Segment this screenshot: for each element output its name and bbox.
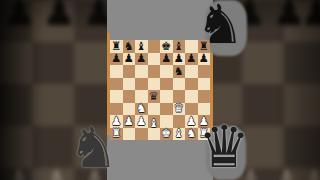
square-e4 [160, 90, 173, 103]
background-pawn-silhouette: ♟ [42, 0, 76, 31]
square-e5 [160, 78, 173, 91]
square-c6 [135, 65, 148, 78]
background-white-piece-silhouette: ♙ [12, 169, 25, 180]
square-h5 [198, 78, 211, 91]
square-g6 [185, 65, 198, 78]
white-bishop-d2: ♝ [148, 117, 161, 130]
square-d8 [148, 40, 161, 53]
square-a4 [110, 90, 123, 103]
white-queen-f3: ♛ [173, 103, 186, 116]
white-pawn-b2: ♟ [123, 115, 136, 128]
black-pawn-a7: ♟ [110, 53, 123, 66]
square-d3 [148, 103, 161, 116]
video-frame[interactable]: ♟ ♟ ♟ ♟ ♟ ♟ ♙ ♙ ♙ ♙ ♙ ♙ ♜♞♝♚♝♜♟♟♟♟♟♟♟♞♛♞… [0, 0, 320, 180]
square-e3 [160, 103, 173, 116]
black-pawn-c7: ♟ [135, 53, 148, 66]
white-knight-g1: ♞ [185, 128, 198, 141]
square-h6 [198, 65, 211, 78]
white-bishop-f1: ♝ [173, 128, 186, 141]
square-f5 [173, 78, 186, 91]
decorative-knight-icon: ♞ [196, 0, 244, 52]
black-pawn-b7: ♟ [123, 53, 136, 66]
square-d7 [148, 53, 161, 66]
background-white-piece-silhouette: ♙ [50, 169, 63, 180]
white-pawn-c2: ♟ [135, 115, 148, 128]
decorative-queen-icon: ♛ [198, 118, 250, 176]
square-e6 [160, 65, 173, 78]
black-knight-f6: ♞ [173, 65, 186, 78]
background-pawn-silhouette: ♟ [2, 0, 36, 31]
square-c1 [135, 128, 148, 141]
square-a5 [110, 78, 123, 91]
square-b5 [123, 78, 136, 91]
black-pawn-e7: ♟ [160, 53, 173, 66]
white-king-e1: ♚ [160, 128, 173, 141]
background-pawn-silhouette: ♟ [300, 0, 320, 31]
square-b4 [123, 90, 136, 103]
square-a6 [110, 65, 123, 78]
square-g4 [185, 90, 198, 103]
chess-board: ♜♞♝♚♝♜♟♟♟♟♟♟♟♞♛♞♛♟♟♟♝♟♟♜♚♝♞♜ [110, 40, 210, 140]
decorative-knight-icon: ♞ [68, 120, 118, 176]
background-white-piece-silhouette: ♙ [308, 169, 320, 180]
square-b1 [123, 128, 136, 141]
square-d6 [148, 65, 161, 78]
black-queen-d4: ♛ [148, 90, 161, 103]
background-white-piece-silhouette: ♙ [280, 169, 293, 180]
square-c5 [135, 78, 148, 91]
square-b6 [123, 65, 136, 78]
square-g5 [185, 78, 198, 91]
square-h4 [198, 90, 211, 103]
